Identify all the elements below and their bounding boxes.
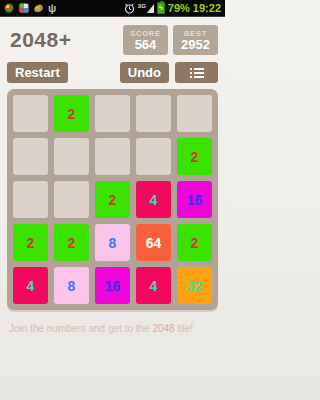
list-menu-icon [190, 68, 204, 78]
status-bar-right: 3G ϟ 79% 19:22 [124, 2, 221, 14]
tile-8-r4c3: 8 [95, 224, 130, 261]
toolbar-right: Undo [120, 62, 218, 83]
best-value: 2952 [179, 38, 212, 52]
tile-64-r4c4: 64 [136, 224, 171, 261]
tile-16-r5c3: 16 [95, 267, 130, 304]
usb-connected-icon: ψ [48, 3, 56, 14]
signal-strength-icon: 3G [138, 4, 154, 13]
tile-4-r5c1: 4 [13, 267, 48, 304]
tile-4-r5c4: 4 [136, 267, 171, 304]
empty-cell-r3c1 [13, 181, 48, 218]
empty-cell-r1c3 [95, 95, 130, 132]
empty-cell-r2c3 [95, 138, 130, 175]
instruction-after: tile! [175, 323, 193, 334]
tile-4-r3c4: 4 [136, 181, 171, 218]
empty-cell-r1c1 [13, 95, 48, 132]
notification-app-cookie-icon [33, 3, 44, 12]
tile-2-r2c5: 2 [177, 138, 212, 175]
best-box: BEST 2952 [173, 25, 218, 55]
empty-cell-r2c4 [136, 138, 171, 175]
instruction-highlight: 2048 [152, 323, 174, 334]
tile-32-r5c5: 32 [177, 267, 212, 304]
app-title: 2048+ [10, 28, 71, 52]
score-box: SCORE 564 [123, 25, 168, 55]
instruction-before: Join the numbers and get to the [9, 323, 152, 334]
notification-app-gallery-icon [19, 3, 29, 13]
board[interactable]: 2224162286424816432 [7, 89, 218, 310]
status-bar-left: ψ [4, 3, 56, 14]
tile-8-r5c2: 8 [54, 267, 89, 304]
battery-charging-icon: ϟ [157, 2, 165, 14]
empty-cell-r1c4 [136, 95, 171, 132]
empty-cell-r2c1 [13, 138, 48, 175]
restart-button[interactable]: Restart [7, 62, 68, 83]
instruction-text: Join the numbers and get to the 2048 til… [0, 323, 225, 334]
tile-2-r4c1: 2 [13, 224, 48, 261]
signal-triangle-icon [147, 4, 154, 13]
tile-2-r1c2: 2 [54, 95, 89, 132]
status-clock: 19:22 [193, 2, 221, 14]
toolbar: Restart Undo [0, 55, 225, 83]
status-bar[interactable]: ψ 3G ϟ 79% 19:22 [0, 0, 225, 17]
network-type-label: 3G [138, 3, 146, 9]
app-header: 2048+ SCORE 564 BEST 2952 [0, 17, 225, 55]
notification-app-ball-icon [4, 3, 14, 13]
battery-percent: 79% [168, 2, 190, 14]
score-value: 564 [129, 38, 162, 52]
menu-button[interactable] [175, 62, 218, 83]
empty-cell-r2c2 [54, 138, 89, 175]
empty-cell-r1c5 [177, 95, 212, 132]
charging-bolt-icon: ϟ [159, 4, 163, 12]
tile-2-r3c3: 2 [95, 181, 130, 218]
alarm-clock-icon [124, 3, 135, 14]
undo-button[interactable]: Undo [120, 62, 169, 83]
tile-16-r3c5: 16 [177, 181, 212, 218]
empty-cell-r3c2 [54, 181, 89, 218]
tile-2-r4c2: 2 [54, 224, 89, 261]
score-panel: SCORE 564 BEST 2952 [123, 25, 218, 55]
tile-2-r4c5: 2 [177, 224, 212, 261]
